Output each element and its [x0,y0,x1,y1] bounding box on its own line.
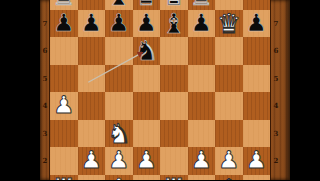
piece-white-pawn-c2: ♟ [105,147,133,175]
square-a5[interactable] [50,65,78,93]
rank-label-6: 6 [271,46,281,55]
square-h2[interactable]: ♟ [243,147,271,175]
square-g7[interactable]: ♛ [215,10,243,38]
square-d1[interactable] [133,175,161,181]
square-b3[interactable] [78,120,106,148]
rank-label-7: 7 [40,19,50,28]
square-d3[interactable] [133,120,161,148]
rank-label-4: 4 [271,101,281,110]
piece-white-pawn-f2: ♟ [188,147,216,175]
piece-white-pawn-g2: ♟ [215,147,243,175]
square-b1[interactable] [78,175,106,181]
square-c6[interactable] [105,37,133,65]
square-h1[interactable] [243,175,271,181]
square-d4[interactable] [133,92,161,120]
piece-white-knight-c3: ♞ [105,120,133,148]
rank-label-4: 4 [40,101,50,110]
piece-black-pawn-b7: ♟ [78,10,106,38]
rank-label-3: 3 [40,129,50,138]
square-e7[interactable]: ♝ [160,10,188,38]
square-e2[interactable] [160,147,188,175]
square-a6[interactable] [50,37,78,65]
square-f1[interactable] [188,175,216,181]
square-e5[interactable] [160,65,188,93]
square-b4[interactable] [78,92,106,120]
square-a3[interactable] [50,120,78,148]
square-g1[interactable]: ♚ [215,175,243,181]
square-d6[interactable]: ♞ [133,37,161,65]
piece-white-pawn-d2: ♟ [133,147,161,175]
square-c4[interactable] [105,92,133,120]
piece-black-pawn-h7: ♟ [243,10,271,38]
square-f5[interactable] [188,65,216,93]
piece-white-pawn-b2: ♟ [78,147,106,175]
letterbox-right [290,0,320,180]
square-g3[interactable] [215,120,243,148]
square-f4[interactable] [188,92,216,120]
piece-white-queen-g7: ♛ [215,10,243,38]
square-b7[interactable]: ♟ [78,10,106,38]
rank-label-2: 2 [271,156,281,165]
piece-white-rook-e1: ♜ [160,175,188,181]
piece-black-bishop-e7: ♝ [160,10,188,38]
piece-black-pawn-d7: ♟ [133,10,161,38]
square-f2[interactable]: ♟ [188,147,216,175]
square-f6[interactable] [188,37,216,65]
chess-board[interactable]: ♜♝♛♚♜♟♟♟♟♝♟♛♟♞♟♞♟♟♟♟♟♟♜♝♜♚ [50,0,270,180]
square-e3[interactable] [160,120,188,148]
square-c1[interactable]: ♝ [105,175,133,181]
piece-white-rook-a1: ♜ [50,175,78,181]
square-h7[interactable]: ♟ [243,10,271,38]
screenshot-stage: ♜♝♛♚♜♟♟♟♟♝♟♛♟♞♟♞♟♟♟♟♟♟♜♝♜♚ 765432765432 [0,0,320,180]
square-h4[interactable] [243,92,271,120]
square-h6[interactable] [243,37,271,65]
piece-white-bishop-c1: ♝ [105,175,133,181]
square-c2[interactable]: ♟ [105,147,133,175]
square-d5[interactable] [133,65,161,93]
square-g4[interactable] [215,92,243,120]
square-g6[interactable] [215,37,243,65]
piece-white-pawn-a4: ♟ [50,92,78,120]
square-e1[interactable]: ♜ [160,175,188,181]
square-f3[interactable] [188,120,216,148]
square-a1[interactable]: ♜ [50,175,78,181]
square-g5[interactable] [215,65,243,93]
square-b2[interactable]: ♟ [78,147,106,175]
rank-label-5: 5 [40,74,50,83]
square-c5[interactable] [105,65,133,93]
piece-white-pawn-h2: ♟ [243,147,271,175]
letterbox-left [0,0,40,180]
rank-label-5: 5 [271,74,281,83]
piece-black-pawn-c7: ♟ [105,10,133,38]
square-d7[interactable]: ♟ [133,10,161,38]
square-e6[interactable] [160,37,188,65]
square-h3[interactable] [243,120,271,148]
piece-black-pawn-a7: ♟ [50,10,78,38]
piece-black-knight-d6: ♞ [133,37,161,65]
rank-label-3: 3 [271,129,281,138]
square-a7[interactable]: ♟ [50,10,78,38]
square-b5[interactable] [78,65,106,93]
square-c3[interactable]: ♞ [105,120,133,148]
rank-label-2: 2 [40,156,50,165]
rank-label-6: 6 [40,46,50,55]
square-f7[interactable]: ♟ [188,10,216,38]
square-h5[interactable] [243,65,271,93]
square-a4[interactable]: ♟ [50,92,78,120]
square-g2[interactable]: ♟ [215,147,243,175]
square-b6[interactable] [78,37,106,65]
rank-label-7: 7 [271,19,281,28]
square-e4[interactable] [160,92,188,120]
piece-white-king-g1: ♚ [215,175,243,181]
square-a2[interactable] [50,147,78,175]
square-d2[interactable]: ♟ [133,147,161,175]
square-c7[interactable]: ♟ [105,10,133,38]
piece-black-pawn-f7: ♟ [188,10,216,38]
